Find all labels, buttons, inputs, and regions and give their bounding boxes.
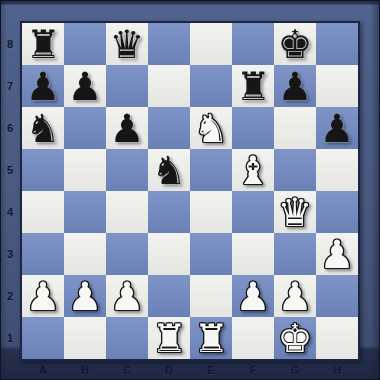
square-e1[interactable]: ♜	[190, 317, 232, 359]
square-g6[interactable]	[274, 107, 316, 149]
black-knight-piece[interactable]: ♞	[148, 149, 190, 191]
square-f5[interactable]: ♝	[232, 149, 274, 191]
square-c5[interactable]	[106, 149, 148, 191]
square-g1[interactable]: ♚	[274, 317, 316, 359]
black-pawn-piece[interactable]: ♟	[274, 65, 316, 107]
white-rook-piece[interactable]: ♜	[190, 317, 232, 359]
white-pawn-piece[interactable]: ♟	[316, 233, 358, 275]
square-b3[interactable]	[64, 233, 106, 275]
square-d6[interactable]	[148, 107, 190, 149]
black-rook-piece[interactable]: ♜	[232, 65, 274, 107]
square-c6[interactable]: ♟	[106, 107, 148, 149]
rank-label-4: 4	[0, 191, 20, 233]
white-pawn-piece[interactable]: ♟	[106, 275, 148, 317]
square-a5[interactable]	[22, 149, 64, 191]
square-h8[interactable]	[316, 23, 358, 65]
black-king-piece[interactable]: ♚	[274, 23, 316, 65]
square-d2[interactable]	[148, 275, 190, 317]
square-d8[interactable]	[148, 23, 190, 65]
square-g8[interactable]: ♚	[274, 23, 316, 65]
square-e4[interactable]	[190, 191, 232, 233]
file-label-d: D	[148, 360, 190, 379]
square-a4[interactable]	[22, 191, 64, 233]
square-d7[interactable]	[148, 65, 190, 107]
square-h6[interactable]: ♟	[316, 107, 358, 149]
square-f8[interactable]	[232, 23, 274, 65]
rank-label-8: 8	[0, 23, 20, 65]
square-h4[interactable]	[316, 191, 358, 233]
rank-label-5: 5	[0, 149, 20, 191]
square-e2[interactable]	[190, 275, 232, 317]
square-g5[interactable]	[274, 149, 316, 191]
file-label-b: B	[64, 360, 106, 379]
white-rook-piece[interactable]: ♜	[148, 317, 190, 359]
square-h2[interactable]	[316, 275, 358, 317]
square-c3[interactable]	[106, 233, 148, 275]
black-pawn-piece[interactable]: ♟	[316, 107, 358, 149]
square-f4[interactable]	[232, 191, 274, 233]
file-label-c: C	[106, 360, 148, 379]
square-a7[interactable]: ♟	[22, 65, 64, 107]
rank-label-3: 3	[0, 233, 20, 275]
file-labels: ABCDEFGH	[22, 360, 358, 379]
square-c4[interactable]	[106, 191, 148, 233]
square-g2[interactable]: ♟	[274, 275, 316, 317]
square-a2[interactable]: ♟	[22, 275, 64, 317]
black-knight-piece[interactable]: ♞	[22, 107, 64, 149]
square-a3[interactable]	[22, 233, 64, 275]
square-h1[interactable]	[316, 317, 358, 359]
white-queen-piece[interactable]: ♛	[274, 191, 316, 233]
white-pawn-piece[interactable]: ♟	[232, 275, 274, 317]
black-queen-piece[interactable]: ♛	[106, 23, 148, 65]
file-label-a: A	[22, 360, 64, 379]
square-b8[interactable]	[64, 23, 106, 65]
square-d3[interactable]	[148, 233, 190, 275]
square-b7[interactable]: ♟	[64, 65, 106, 107]
square-c2[interactable]: ♟	[106, 275, 148, 317]
file-label-g: G	[274, 360, 316, 379]
square-b2[interactable]: ♟	[64, 275, 106, 317]
white-king-piece[interactable]: ♚	[274, 317, 316, 359]
square-f1[interactable]	[232, 317, 274, 359]
white-pawn-piece[interactable]: ♟	[274, 275, 316, 317]
square-f3[interactable]	[232, 233, 274, 275]
square-b5[interactable]	[64, 149, 106, 191]
white-knight-piece[interactable]: ♞	[190, 107, 232, 149]
square-h7[interactable]	[316, 65, 358, 107]
square-e8[interactable]	[190, 23, 232, 65]
white-pawn-piece[interactable]: ♟	[64, 275, 106, 317]
chess-board: ♜♛♚♟♟♜♟♞♟♞♟♞♝♛♟♟♟♟♟♟♜♜♚	[22, 23, 358, 359]
square-b4[interactable]	[64, 191, 106, 233]
file-label-f: F	[232, 360, 274, 379]
square-d1[interactable]: ♜	[148, 317, 190, 359]
rank-label-7: 7	[0, 65, 20, 107]
rank-label-2: 2	[0, 275, 20, 317]
rank-label-6: 6	[0, 107, 20, 149]
square-e5[interactable]	[190, 149, 232, 191]
square-g4[interactable]: ♛	[274, 191, 316, 233]
square-b1[interactable]	[64, 317, 106, 359]
white-bishop-piece[interactable]: ♝	[232, 149, 274, 191]
square-h3[interactable]: ♟	[316, 233, 358, 275]
square-e7[interactable]	[190, 65, 232, 107]
file-label-h: H	[316, 360, 358, 379]
white-pawn-piece[interactable]: ♟	[22, 275, 64, 317]
black-pawn-piece[interactable]: ♟	[64, 65, 106, 107]
square-a8[interactable]: ♜	[22, 23, 64, 65]
square-h5[interactable]	[316, 149, 358, 191]
square-a6[interactable]: ♞	[22, 107, 64, 149]
square-c8[interactable]: ♛	[106, 23, 148, 65]
square-d4[interactable]	[148, 191, 190, 233]
file-label-e: E	[190, 360, 232, 379]
black-rook-piece[interactable]: ♜	[22, 23, 64, 65]
black-pawn-piece[interactable]: ♟	[106, 107, 148, 149]
square-g3[interactable]	[274, 233, 316, 275]
square-b6[interactable]	[64, 107, 106, 149]
square-d5[interactable]: ♞	[148, 149, 190, 191]
square-f6[interactable]	[232, 107, 274, 149]
square-a1[interactable]	[22, 317, 64, 359]
square-f7[interactable]: ♜	[232, 65, 274, 107]
black-pawn-piece[interactable]: ♟	[22, 65, 64, 107]
square-g7[interactable]: ♟	[274, 65, 316, 107]
rank-labels: 87654321	[0, 23, 20, 359]
board-border: ♜♛♚♟♟♜♟♞♟♞♟♞♝♛♟♟♟♟♟♟♜♜♚	[20, 21, 360, 361]
square-e3[interactable]	[190, 233, 232, 275]
square-c7[interactable]	[106, 65, 148, 107]
square-e6[interactable]: ♞	[190, 107, 232, 149]
rank-label-1: 1	[0, 317, 20, 359]
chess-board-frame: 87654321 ♜♛♚♟♟♜♟♞♟♞♟♞♝♛♟♟♟♟♟♟♜♜♚ ABCDEFG…	[0, 0, 380, 380]
square-f2[interactable]: ♟	[232, 275, 274, 317]
square-c1[interactable]	[106, 317, 148, 359]
